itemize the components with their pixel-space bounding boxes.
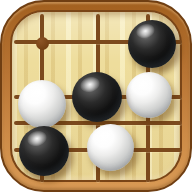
white-stone [87,124,134,171]
white-stone [18,80,66,128]
black-stone [72,72,122,122]
screenshot-stage [0,0,192,192]
black-stone [128,20,176,68]
go-app-icon[interactable] [0,0,192,192]
white-stone [126,72,172,118]
go-board [2,2,192,192]
black-stone [19,126,69,176]
hoshi-star-point [36,37,49,50]
